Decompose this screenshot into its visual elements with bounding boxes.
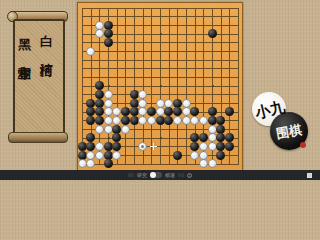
white-stone — [208, 133, 217, 142]
white-stone — [78, 159, 87, 168]
white-stone — [182, 116, 191, 125]
black-stone — [78, 142, 87, 151]
app-logo: 小九 围棋 — [250, 90, 314, 154]
black-stone — [95, 99, 104, 108]
black-stone — [156, 116, 165, 125]
white-stone — [156, 107, 165, 116]
black-stone — [121, 107, 130, 116]
black-stone — [104, 21, 113, 30]
white-stone — [95, 151, 104, 160]
white-stone — [138, 116, 147, 125]
black-stone — [104, 29, 113, 38]
bar-right-dim-text: 00 — [178, 172, 184, 178]
black-stone — [95, 116, 104, 125]
black-stone — [104, 38, 113, 47]
white-stone — [182, 107, 191, 116]
black-stone — [190, 107, 199, 116]
white-stone — [86, 159, 95, 168]
grid-line-v — [177, 8, 178, 165]
white-stone — [199, 116, 208, 125]
white-stone — [86, 47, 95, 56]
black-stone — [95, 81, 104, 90]
black-stone — [130, 116, 139, 125]
black-stone — [208, 116, 217, 125]
white-stone — [208, 125, 217, 134]
black-stone — [86, 99, 95, 108]
white-stone — [104, 116, 113, 125]
white-stone — [164, 99, 173, 108]
player-scroll: 白 柯洁 黑 卞相壹 — [6, 11, 70, 143]
black-player-column: 黑 卞相壹 — [14, 34, 35, 55]
black-stone — [86, 116, 95, 125]
black-stone — [130, 107, 139, 116]
black-stone — [104, 151, 113, 160]
white-stone — [208, 142, 217, 151]
black-stone — [112, 125, 121, 134]
black-stone — [216, 125, 225, 134]
white-player-column: 白 柯洁 — [36, 31, 57, 52]
logo-red-seal — [300, 142, 306, 148]
black-stone — [225, 142, 234, 151]
black-label: 黑 — [18, 34, 31, 55]
black-stone — [190, 133, 199, 142]
bar-left-dim-text: 00 — [128, 172, 134, 178]
white-stone — [95, 125, 104, 134]
black-stone — [199, 133, 208, 142]
black-stone — [86, 142, 95, 151]
black-stone — [216, 151, 225, 160]
star-point — [160, 33, 162, 35]
white-stone — [112, 107, 121, 116]
white-stone — [104, 125, 113, 134]
mode-label-study[interactable]: 研究 — [137, 172, 147, 178]
white-stone — [95, 29, 104, 38]
white-stone — [95, 21, 104, 30]
white-stone — [147, 116, 156, 125]
star-point — [160, 137, 162, 139]
black-stone — [147, 107, 156, 116]
info-badge[interactable]: 1 — [187, 173, 192, 178]
white-stone — [190, 151, 199, 160]
white-stone — [112, 116, 121, 125]
black-stone — [112, 133, 121, 142]
star-point — [108, 85, 110, 87]
black-stone — [86, 133, 95, 142]
white-stone — [138, 99, 147, 108]
white-stone — [190, 116, 199, 125]
star-point — [212, 85, 214, 87]
black-stone — [164, 116, 173, 125]
board-cursor-crosshair — [150, 143, 157, 150]
white-stone — [138, 107, 147, 116]
white-stone — [104, 99, 113, 108]
bottom-bar: 00 研究 棋谱 00 1 — [0, 170, 320, 180]
black-stone — [112, 142, 121, 151]
black-stone — [173, 99, 182, 108]
white-stone — [138, 90, 147, 99]
black-stone — [208, 29, 217, 38]
white-stone — [112, 151, 121, 160]
white-stone — [199, 142, 208, 151]
black-stone — [208, 107, 217, 116]
white-stone — [95, 142, 104, 151]
star-point — [108, 137, 110, 139]
black-stone — [190, 142, 199, 151]
black-stone — [164, 107, 173, 116]
black-stone — [216, 142, 225, 151]
black-stone — [216, 116, 225, 125]
black-stone — [130, 99, 139, 108]
white-stone — [121, 125, 130, 134]
scroll-bottom-roll — [8, 132, 68, 143]
black-stone — [95, 107, 104, 116]
white-stone — [104, 107, 113, 116]
white-stone — [208, 159, 217, 168]
grid-line-v — [169, 8, 170, 165]
white-stone — [182, 99, 191, 108]
black-stone — [216, 133, 225, 142]
black-stone — [104, 142, 113, 151]
white-stone — [104, 90, 113, 99]
white-label: 白 — [40, 31, 53, 52]
black-stone — [130, 90, 139, 99]
toggle-knob[interactable] — [150, 172, 156, 178]
grid-line-v — [186, 8, 187, 165]
grid-line-v — [238, 8, 239, 165]
black-stone — [95, 90, 104, 99]
black-stone — [121, 116, 130, 125]
black-stone — [225, 133, 234, 142]
black-stone — [104, 159, 113, 168]
star-point — [160, 85, 162, 87]
mode-toggle[interactable] — [150, 172, 162, 178]
go-board[interactable] — [77, 2, 243, 171]
fullscreen-icon[interactable] — [307, 173, 312, 178]
black-stone — [78, 151, 87, 160]
black-stone — [225, 107, 234, 116]
white-stone — [156, 99, 165, 108]
black-stone — [173, 107, 182, 116]
white-stone — [199, 151, 208, 160]
black-stone — [173, 151, 182, 160]
white-stone — [199, 159, 208, 168]
white-stone — [173, 116, 182, 125]
black-stone — [86, 107, 95, 116]
mode-label-kifu[interactable]: 棋谱 — [165, 172, 175, 178]
white-stone — [86, 151, 95, 160]
